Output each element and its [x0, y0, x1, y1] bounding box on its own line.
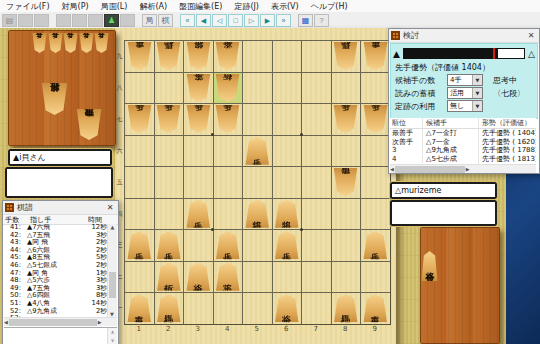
- kifu-close-icon[interactable]: ✕: [104, 203, 116, 212]
- gote-piece: 銀将: [274, 200, 299, 228]
- new-kifu-button[interactable]: ▤: [2, 14, 17, 27]
- gote-piece: 香車: [363, 294, 388, 322]
- setting-dropdown-1[interactable]: 4手▼: [447, 74, 483, 86]
- board-cell-3五[interactable]: [183, 166, 213, 198]
- board-cell-3二[interactable]: 金将: [183, 261, 213, 293]
- analysis-titlebar[interactable]: 検討 ✕: [389, 29, 539, 43]
- setting-dropdown-2[interactable]: 活用▼: [447, 87, 483, 99]
- sente-piece: 桂馬: [333, 42, 358, 70]
- board-cell-2八[interactable]: [154, 72, 184, 104]
- board-star-point: [300, 228, 303, 231]
- candidate-table: 順位 候補手 形勢（評価値） 最善手△7一金打先手優勢 ( 1404)次善手△7…: [390, 118, 536, 164]
- nav-last-button[interactable]: »: [276, 14, 291, 27]
- gote-piece: 金将: [186, 263, 211, 291]
- board-cell-7一[interactable]: [301, 292, 331, 324]
- file-label-9: 9: [360, 325, 390, 333]
- board-cell-7九[interactable]: [301, 40, 331, 72]
- sente-piece: 歩兵: [333, 105, 358, 133]
- eval-bar-fill: [404, 49, 498, 58]
- sente-piece: 歩兵: [156, 105, 181, 133]
- menu-item-8[interactable]: ヘルプ(H): [305, 1, 354, 12]
- file-label-3: 3: [183, 325, 213, 333]
- board-cell-4七[interactable]: 歩兵: [213, 103, 243, 135]
- kifu-comment-box[interactable]: ∧∨: [4, 327, 117, 344]
- board-cell-1七[interactable]: 歩兵: [124, 103, 154, 135]
- sente-piece: 歩兵: [363, 105, 388, 133]
- board-cell-7二[interactable]: [301, 261, 331, 293]
- gote-name: △murizeme: [395, 186, 441, 195]
- sente-piece: 角行: [215, 74, 240, 102]
- gote-piece: 桂馬: [156, 294, 181, 322]
- file-label-6: 6: [272, 325, 302, 333]
- gote-piece: 桂馬: [333, 294, 358, 322]
- analysis-setting-row: 読みの蓄積活用▼〈七段〉: [395, 87, 537, 99]
- board-cell-9二[interactable]: [360, 261, 390, 293]
- board-cell-7五[interactable]: [301, 166, 331, 198]
- file-label-8: 8: [331, 325, 361, 333]
- board-cell-5二[interactable]: [242, 261, 272, 293]
- analysis-window: 検討 ✕ ▲ △ 先手優勢（評価値 1404） 候補手の数4手▼思考中読みの蓄積…: [388, 28, 540, 174]
- board-cell-9四[interactable]: [360, 198, 390, 230]
- kifu-vscroll-thumb[interactable]: [109, 272, 116, 298]
- board-cell-2四[interactable]: [154, 198, 184, 230]
- file-label-1: 1: [124, 325, 154, 333]
- gote-mark: △: [528, 49, 535, 59]
- board-cell-7三[interactable]: [301, 229, 331, 261]
- board-cell-9七[interactable]: 歩兵: [360, 103, 390, 135]
- board-cell-6一[interactable]: 金将: [272, 292, 302, 324]
- rank-label-八: 八: [115, 84, 124, 93]
- board-star-point: [300, 133, 303, 136]
- board-cell-8一[interactable]: 桂馬: [331, 292, 361, 324]
- col-rank: 順位: [390, 118, 423, 128]
- nav-back10-button[interactable]: ◀: [196, 14, 211, 27]
- game-stop-button[interactable]: [72, 14, 87, 27]
- sente-hand-silver[interactable]: 銀将: [41, 83, 68, 115]
- board-cell-8四[interactable]: [331, 198, 361, 230]
- kifu-col-time: 時間: [88, 215, 106, 225]
- eval-text: 先手優勢（評価値 1404）: [395, 62, 537, 73]
- sente-piece: 金将: [215, 42, 240, 70]
- board-cell-1九[interactable]: 香車: [124, 40, 154, 72]
- sente-piece: 歩兵: [186, 105, 211, 133]
- board-cell-2七[interactable]: 歩兵: [154, 103, 184, 135]
- menu-item-5[interactable]: 盤面編集(E): [173, 1, 228, 12]
- candidate-row[interactable]: 4△5七歩成先手優勢 ( 1813): [390, 155, 536, 164]
- sente-piece: 香車: [127, 42, 152, 70]
- board-cell-1六[interactable]: [124, 135, 154, 167]
- board-cell-2三[interactable]: 歩兵: [154, 229, 184, 261]
- board-cell-6七[interactable]: [272, 103, 302, 135]
- sente-piece: 香車: [363, 42, 388, 70]
- board-cell-1三[interactable]: 歩兵: [124, 229, 154, 261]
- board-cell-5一[interactable]: [242, 292, 272, 324]
- sente-piece-stand: 歩兵歩兵歩兵歩兵歩兵銀将飛車: [8, 30, 116, 146]
- board-cell-6三[interactable]: 歩兵: [272, 229, 302, 261]
- board-cell-4五[interactable]: [213, 166, 243, 198]
- board-cell-4六[interactable]: [213, 135, 243, 167]
- engine-button[interactable]: ♟: [104, 14, 119, 27]
- sente-piece: 玉将: [186, 74, 211, 102]
- board-cell-7八[interactable]: [301, 72, 331, 104]
- sente-hand-pawn[interactable]: 歩兵: [94, 33, 109, 53]
- kifu-window-title: 棋譜: [17, 202, 33, 213]
- board-cell-6九[interactable]: [272, 40, 302, 72]
- candidate-rows: 最善手△7一金打先手優勢 ( 1404)次善手△7一金先手優勢 ( 1620)3…: [390, 129, 536, 163]
- open-kifu-button[interactable]: [18, 14, 33, 27]
- board-cell-7四[interactable]: [301, 198, 331, 230]
- gote-piece-stand: 金将: [420, 227, 500, 344]
- nav-back-button[interactable]: ◁: [212, 14, 227, 27]
- gote-name-plate: △murizeme: [390, 182, 497, 199]
- board-cell-3三[interactable]: [183, 229, 213, 261]
- sente-name: ▲i貝さん: [13, 152, 46, 163]
- gote-piece: 金将: [274, 294, 299, 322]
- setting-dropdown-3[interactable]: 無し▼: [447, 100, 483, 112]
- kifu-vertical-scrollbar[interactable]: ▲▼: [107, 224, 117, 317]
- sente-piece: 歩兵: [215, 105, 240, 133]
- dropdown-value: 活用: [448, 88, 472, 98]
- board-cell-4一[interactable]: [213, 292, 243, 324]
- gote-hand-gold[interactable]: 金将: [421, 251, 438, 281]
- analysis-setting-row: 候補手の数4手▼思考中: [395, 74, 537, 86]
- sente-piece: 銀将: [186, 42, 211, 70]
- gote-piece: 歩兵: [127, 231, 152, 259]
- gote-piece: 歩兵: [186, 200, 211, 228]
- board-cell-8二[interactable]: [331, 261, 361, 293]
- board-edit-button[interactable]: 棋: [158, 14, 173, 27]
- chevron-down-icon[interactable]: ▼: [472, 75, 482, 85]
- sente-mark: ▲: [393, 49, 400, 59]
- gote-piece: 歩兵: [363, 231, 388, 259]
- board-cell-2五[interactable]: [154, 166, 184, 198]
- board-cell-9六[interactable]: [360, 135, 390, 167]
- nav-first-button[interactable]: «: [180, 14, 195, 27]
- gote-piece: 銀将: [245, 200, 270, 228]
- board-cell-2九[interactable]: 桂馬: [154, 40, 184, 72]
- kifu-hscroll-thumb[interactable]: [9, 319, 97, 326]
- sente-hand-rook[interactable]: 飛車: [76, 109, 102, 140]
- gote-info-box: [390, 200, 497, 226]
- analysis-window-icon: [391, 31, 400, 40]
- kifu-window-icon: [5, 203, 14, 212]
- kifu-titlebar[interactable]: 棋譜 ✕: [3, 201, 118, 215]
- sente-piece: 歩兵: [127, 105, 152, 133]
- col-eval: 形勢（評価値）: [479, 118, 536, 128]
- engine-status: 思考中: [493, 75, 517, 86]
- save-kifu-button[interactable]: [34, 14, 49, 27]
- board-cell-6四[interactable]: 銀将: [272, 198, 302, 230]
- rank-label-六: 六: [115, 147, 124, 156]
- toolbar: ▤♟局棋«◀◁□▷▶»▦?: [0, 12, 540, 28]
- board-setup-button[interactable]: 局: [142, 14, 157, 27]
- main-area: 九八七六五四三二一 香車桂馬銀将金将桂馬香車玉将角行歩兵歩兵歩兵歩兵歩兵歩兵歩兵…: [0, 28, 540, 344]
- hint-button[interactable]: [120, 14, 135, 27]
- board-cell-8八[interactable]: [331, 72, 361, 104]
- board-cell-1一[interactable]: 香車: [124, 292, 154, 324]
- board-cell-9九[interactable]: 香車: [360, 40, 390, 72]
- analysis-horizontal-scrollbar[interactable]: ◀▶: [390, 164, 536, 173]
- board-cell-5四[interactable]: 銀将: [242, 198, 272, 230]
- sente-piece: 桂馬: [156, 42, 181, 70]
- file-labels: 123456789: [124, 325, 390, 335]
- sente-piece: 飛車: [333, 168, 358, 196]
- analysis-setting-row: 定跡の利用無し▼: [395, 100, 537, 112]
- gote-piece: 歩兵: [274, 231, 299, 259]
- kifu-horizontal-scrollbar[interactable]: ◀▶: [4, 317, 117, 326]
- board-cell-4八[interactable]: 角行: [213, 72, 243, 104]
- sente-hand-pawn[interactable]: 歩兵: [32, 33, 47, 53]
- gote-piece: 香車: [127, 294, 152, 322]
- kifu-move-list: 41:▲7六飛12秒42:△7五飛3秒43:▲同 飛2秒44:△6六銀2秒45:…: [4, 224, 108, 317]
- analysis-window-title: 検討: [403, 30, 419, 41]
- shogi-board: 九八七六五四三二一 香車桂馬銀将金将桂馬香車玉将角行歩兵歩兵歩兵歩兵歩兵歩兵歩兵…: [115, 28, 396, 344]
- file-label-2: 2: [154, 325, 184, 333]
- board-cell-5八[interactable]: [242, 72, 272, 104]
- board-cell-3七[interactable]: 歩兵: [183, 103, 213, 135]
- board-grid: 香車桂馬銀将金将桂馬香車玉将角行歩兵歩兵歩兵歩兵歩兵歩兵歩兵飛車歩兵銀将銀将歩兵…: [124, 40, 391, 325]
- board-cell-5九[interactable]: [242, 40, 272, 72]
- board-cell-4二[interactable]: 王将: [213, 261, 243, 293]
- board-cell-8三[interactable]: [331, 229, 361, 261]
- board-cell-5三[interactable]: [242, 229, 272, 261]
- col-move: 候補手: [423, 118, 479, 128]
- board-cell-5五[interactable]: [242, 166, 272, 198]
- board-cell-1五[interactable]: [124, 166, 154, 198]
- dropdown-value: 無し: [448, 101, 472, 111]
- analysis-close-icon[interactable]: ✕: [525, 31, 537, 40]
- nav-stop-button[interactable]: □: [228, 14, 243, 27]
- board-cell-8九[interactable]: 桂馬: [331, 40, 361, 72]
- engine-status: 〈七段〉: [493, 88, 525, 99]
- board-cell-9一[interactable]: 香車: [360, 292, 390, 324]
- comment-scroll-arrows[interactable]: ∧∨: [107, 328, 117, 344]
- nav-forward-button[interactable]: ▷: [244, 14, 259, 27]
- board-cell-2二[interactable]: 角行: [154, 261, 184, 293]
- dropdown-value: 4手: [448, 75, 472, 85]
- eval-bar: [403, 48, 525, 59]
- board-cell-6六[interactable]: [272, 135, 302, 167]
- gote-piece: 角行: [156, 263, 181, 291]
- board-cell-9八[interactable]: [360, 72, 390, 104]
- board-cell-3九[interactable]: 銀将: [183, 40, 213, 72]
- sente-hand-pawn[interactable]: 歩兵: [48, 33, 63, 53]
- resign-button[interactable]: [88, 14, 103, 27]
- board-star-point: [211, 133, 214, 136]
- board-cell-3一[interactable]: [183, 292, 213, 324]
- board-cell-9三[interactable]: 歩兵: [360, 229, 390, 261]
- analysis-panel: ▲ △ 先手優勢（評価値 1404） 候補手の数4手▼思考中読みの蓄積活用▼〈七…: [390, 43, 538, 119]
- game-start-button[interactable]: [56, 14, 71, 27]
- kifu-window: 棋譜 ✕ 手数 指し手 時間 41:▲7六飛12秒42:△7五飛3秒43:▲同 …: [2, 200, 119, 344]
- sente-name-plate: ▲i貝さん: [8, 149, 112, 166]
- board-cell-2一[interactable]: 桂馬: [154, 292, 184, 324]
- sente-hand-pawn[interactable]: 歩兵: [63, 33, 78, 53]
- board-cell-1二[interactable]: [124, 261, 154, 293]
- menu-item-4[interactable]: 解析(A): [133, 1, 173, 12]
- help-button[interactable]: ?: [314, 14, 329, 27]
- sente-hand-pawn[interactable]: 歩兵: [79, 33, 94, 53]
- eval-bar-marker: [493, 48, 495, 59]
- board-cell-1四[interactable]: [124, 198, 154, 230]
- chevron-down-icon[interactable]: ▼: [472, 88, 482, 98]
- kifu-col-move: 指し手: [24, 215, 88, 225]
- gote-piece: 王将: [215, 263, 240, 291]
- gote-piece: 歩兵: [215, 231, 240, 259]
- board-cell-4三[interactable]: 歩兵: [213, 229, 243, 261]
- file-label-5: 5: [242, 325, 272, 333]
- board-cell-8六[interactable]: [331, 135, 361, 167]
- board-star-point: [211, 228, 214, 231]
- setting-label: 候補手の数: [395, 75, 447, 86]
- nav-forward10-button[interactable]: ▶: [260, 14, 275, 27]
- board-cell-4四[interactable]: [213, 198, 243, 230]
- rank-label-九: 九: [115, 52, 124, 61]
- rank-label-五: 五: [115, 178, 124, 187]
- setting-label: 読みの蓄積: [395, 88, 447, 99]
- board-cell-8五[interactable]: 飛車: [331, 166, 361, 198]
- gote-piece: 歩兵: [156, 231, 181, 259]
- file-label-7: 7: [301, 325, 331, 333]
- board-cell-1八[interactable]: [124, 72, 154, 104]
- board-cell-7七[interactable]: [301, 103, 331, 135]
- board-cell-7六[interactable]: [301, 135, 331, 167]
- kifu-col-number: 手数: [3, 215, 24, 225]
- menu-item-3[interactable]: 局面(L): [95, 1, 134, 12]
- board-cell-9五[interactable]: [360, 166, 390, 198]
- gote-piece: 歩兵: [245, 137, 270, 165]
- board-cell-2六[interactable]: [154, 135, 184, 167]
- menu-item-6[interactable]: 定跡(J): [228, 1, 265, 12]
- board-cell-6二[interactable]: [272, 261, 302, 293]
- shogi-app-window: { "game": "shogi", "position": { "sfen":…: [0, 0, 540, 344]
- rank-label-七: 七: [115, 115, 124, 124]
- analysis-hscroll-thumb[interactable]: [395, 166, 465, 173]
- setting-label: 定跡の利用: [395, 101, 447, 112]
- menu-item-1[interactable]: ファイル(F): [0, 1, 56, 12]
- analysis-settings: 候補手の数4手▼思考中読みの蓄積活用▼〈七段〉定跡の利用無し▼: [391, 74, 537, 112]
- board-cell-3八[interactable]: 玉将: [183, 72, 213, 104]
- board-cell-4九[interactable]: 金将: [213, 40, 243, 72]
- board-cell-3四[interactable]: 歩兵: [183, 198, 213, 230]
- chevron-down-icon[interactable]: ▼: [472, 101, 482, 111]
- board-cell-6五[interactable]: [272, 166, 302, 198]
- menu-item-7[interactable]: 表示(V): [265, 1, 305, 12]
- board-cell-6八[interactable]: [272, 72, 302, 104]
- board-cell-3六[interactable]: [183, 135, 213, 167]
- file-label-4: 4: [213, 325, 243, 333]
- menu-item-2[interactable]: 対局(P): [56, 1, 95, 12]
- sente-info-box: [5, 167, 113, 198]
- monitor-button[interactable]: ▦: [298, 14, 313, 27]
- board-cell-5七[interactable]: [242, 103, 272, 135]
- board-cell-5六[interactable]: 歩兵: [242, 135, 272, 167]
- board-cell-8七[interactable]: 歩兵: [331, 103, 361, 135]
